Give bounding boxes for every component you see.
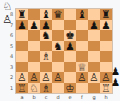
- square-g8[interactable]: [88, 9, 100, 20]
- square-d7[interactable]: [52, 20, 64, 31]
- square-b2[interactable]: ♙: [28, 72, 40, 83]
- square-c7[interactable]: ♟: [40, 20, 52, 31]
- square-b6[interactable]: [28, 30, 40, 41]
- black-rook-a8: ♜: [17, 9, 26, 20]
- square-b4[interactable]: [28, 51, 40, 62]
- white-pawn-a2: ♙: [17, 72, 26, 83]
- square-h7[interactable]: ♟: [100, 20, 112, 31]
- square-b8[interactable]: [28, 9, 40, 20]
- black-knight-c6: ♞: [41, 30, 50, 41]
- square-e4[interactable]: [64, 51, 76, 62]
- square-f5[interactable]: [76, 41, 88, 52]
- captured-black-pieces-tray: ♟♟: [111, 66, 120, 88]
- captured-black-pawn-icon: ♟: [111, 77, 120, 88]
- square-d3[interactable]: [52, 62, 64, 73]
- square-g5[interactable]: [88, 41, 100, 52]
- square-f6[interactable]: [76, 30, 88, 41]
- square-a8[interactable]: ♜: [16, 9, 28, 20]
- black-pawn-b7: ♟: [29, 20, 38, 31]
- rank-label-8: 8: [8, 9, 15, 20]
- file-label-a: a: [16, 94, 28, 101]
- white-pawn-f2: ♙: [77, 72, 86, 83]
- square-e2[interactable]: [64, 72, 76, 83]
- black-pawn-g7: ♟: [89, 20, 98, 31]
- square-a1[interactable]: ♖: [16, 83, 28, 94]
- black-king-e6: ♚: [65, 30, 74, 41]
- square-g2[interactable]: ♙: [88, 72, 100, 83]
- square-c8[interactable]: ♝: [40, 9, 52, 20]
- black-knight-d5: ♞: [53, 41, 62, 52]
- square-a4[interactable]: [16, 51, 28, 62]
- square-d5[interactable]: ♞: [52, 41, 64, 52]
- white-pawn-g2: ♙: [89, 72, 98, 83]
- white-bishop-c1: ♗: [41, 83, 50, 94]
- file-labels: abcdefgh: [16, 94, 112, 101]
- white-pawn-c2: ♙: [41, 72, 50, 83]
- white-rook-a1: ♖: [17, 83, 26, 94]
- square-g6[interactable]: [88, 30, 100, 41]
- square-h8[interactable]: ♜: [100, 9, 112, 20]
- square-a5[interactable]: [16, 41, 28, 52]
- black-pawn-a7: ♟: [17, 20, 26, 31]
- square-a6[interactable]: [16, 30, 28, 41]
- square-e3[interactable]: [64, 62, 76, 73]
- square-c4[interactable]: ♗: [40, 51, 52, 62]
- square-h4[interactable]: [100, 51, 112, 62]
- black-bishop-c8: ♝: [41, 9, 50, 20]
- chess-board[interactable]: ♜♝♛♝♜♟♟♟♟♟♞♚♞♟♗♕♙♙♙♙♙♙♙♖♘♗♔♖: [16, 9, 112, 93]
- square-e8[interactable]: [64, 9, 76, 20]
- square-f7[interactable]: [76, 20, 88, 31]
- square-b1[interactable]: ♘: [28, 83, 40, 94]
- square-g1[interactable]: [88, 83, 100, 94]
- square-d4[interactable]: [52, 51, 64, 62]
- black-bishop-f8: ♝: [77, 9, 86, 20]
- square-f4[interactable]: [76, 51, 88, 62]
- white-bishop-c4: ♗: [41, 51, 50, 62]
- square-g3[interactable]: [88, 62, 100, 73]
- square-e5[interactable]: ♟: [64, 41, 76, 52]
- square-d1[interactable]: [52, 83, 64, 94]
- square-f3[interactable]: ♕: [76, 62, 88, 73]
- square-f1[interactable]: [76, 83, 88, 94]
- white-king-e1: ♔: [65, 83, 74, 94]
- rank-label-2: 2: [8, 72, 15, 83]
- rank-labels: 87654321: [8, 9, 15, 93]
- file-label-c: c: [40, 94, 52, 101]
- rank-label-3: 3: [8, 62, 15, 73]
- rank-label-1: 1: [8, 83, 15, 94]
- square-e7[interactable]: [64, 20, 76, 31]
- black-pawn-h7: ♟: [101, 20, 110, 31]
- rank-label-4: 4: [8, 51, 15, 62]
- file-label-e: e: [64, 94, 76, 101]
- square-e1[interactable]: ♔: [64, 83, 76, 94]
- white-rook-h1: ♖: [101, 83, 110, 94]
- square-d2[interactable]: ♙: [52, 72, 64, 83]
- square-h6[interactable]: [100, 30, 112, 41]
- square-c2[interactable]: ♙: [40, 72, 52, 83]
- file-label-d: d: [52, 94, 64, 101]
- rank-label-7: 7: [8, 20, 15, 31]
- square-c3[interactable]: [40, 62, 52, 73]
- file-label-f: f: [76, 94, 88, 101]
- file-label-b: b: [28, 94, 40, 101]
- chess-app-canvas: ♘♙ 87654321 ♜♝♛♝♜♟♟♟♟♟♞♚♞♟♗♕♙♙♙♙♙♙♙♖♘♗♔♖…: [0, 0, 120, 101]
- rank-label-5: 5: [8, 41, 15, 52]
- black-pawn-e5: ♟: [65, 41, 74, 52]
- square-b3[interactable]: [28, 62, 40, 73]
- square-b5[interactable]: [28, 41, 40, 52]
- black-queen-d8: ♛: [53, 9, 62, 20]
- square-e6[interactable]: ♚: [64, 30, 76, 41]
- square-d6[interactable]: [52, 30, 64, 41]
- square-c5[interactable]: [40, 41, 52, 52]
- square-c1[interactable]: ♗: [40, 83, 52, 94]
- black-pawn-c7: ♟: [41, 20, 50, 31]
- square-h5[interactable]: [100, 41, 112, 52]
- file-label-h: h: [100, 94, 112, 101]
- square-f2[interactable]: ♙: [76, 72, 88, 83]
- square-d8[interactable]: ♛: [52, 9, 64, 20]
- square-a7[interactable]: ♟: [16, 20, 28, 31]
- white-pawn-d2: ♙: [53, 72, 62, 83]
- square-g4[interactable]: [88, 51, 100, 62]
- black-rook-h8: ♜: [101, 9, 110, 20]
- white-pawn-h2: ♙: [101, 72, 110, 83]
- file-label-g: g: [88, 94, 100, 101]
- square-c6[interactable]: ♞: [40, 30, 52, 41]
- rank-label-6: 6: [8, 30, 15, 41]
- square-f8[interactable]: ♝: [76, 9, 88, 20]
- square-a3[interactable]: [16, 62, 28, 73]
- square-g7[interactable]: ♟: [88, 20, 100, 31]
- white-pawn-b2: ♙: [29, 72, 38, 83]
- white-knight-b1: ♘: [29, 83, 38, 94]
- square-a2[interactable]: ♙: [16, 72, 28, 83]
- white-queen-f3: ♕: [77, 62, 86, 73]
- square-b7[interactable]: ♟: [28, 20, 40, 31]
